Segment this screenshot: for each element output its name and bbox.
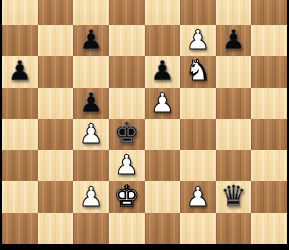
- square-a2[interactable]: [2, 181, 38, 212]
- square-f8[interactable]: [180, 0, 216, 25]
- square-b1[interactable]: [38, 213, 74, 244]
- square-a4[interactable]: [2, 119, 38, 150]
- square-a3[interactable]: [2, 150, 38, 181]
- square-g3[interactable]: [216, 150, 252, 181]
- square-h1[interactable]: [251, 213, 287, 244]
- square-f7[interactable]: ♟: [180, 25, 216, 56]
- black-king-d4[interactable]: ♚: [114, 119, 140, 148]
- black-pawn-c5[interactable]: ♟: [79, 89, 103, 116]
- square-e5[interactable]: ♟: [145, 88, 181, 119]
- square-e8[interactable]: [145, 0, 181, 25]
- square-g2[interactable]: ♛: [216, 181, 252, 212]
- square-f5[interactable]: [180, 88, 216, 119]
- black-queen-g2[interactable]: ♛: [221, 182, 247, 211]
- square-d8[interactable]: [109, 0, 145, 25]
- white-pawn-f2[interactable]: ♟: [186, 183, 210, 210]
- square-b8[interactable]: [38, 0, 74, 25]
- white-pawn-c4[interactable]: ♟: [79, 120, 103, 147]
- square-g7[interactable]: ♟: [216, 25, 252, 56]
- square-d5[interactable]: [109, 88, 145, 119]
- square-d2[interactable]: ♚: [109, 181, 145, 212]
- square-f4[interactable]: [180, 119, 216, 150]
- square-d7[interactable]: [109, 25, 145, 56]
- square-d1[interactable]: [109, 213, 145, 244]
- square-a7[interactable]: [2, 25, 38, 56]
- square-d3[interactable]: ♟: [109, 150, 145, 181]
- square-d4[interactable]: ♚: [109, 119, 145, 150]
- square-g8[interactable]: [216, 0, 252, 25]
- square-b4[interactable]: [38, 119, 74, 150]
- square-f3[interactable]: [180, 150, 216, 181]
- square-e2[interactable]: [145, 181, 181, 212]
- black-pawn-e6[interactable]: ♟: [150, 57, 174, 84]
- square-b5[interactable]: [38, 88, 74, 119]
- square-b3[interactable]: [38, 150, 74, 181]
- square-d6[interactable]: [109, 56, 145, 87]
- square-c1[interactable]: [73, 213, 109, 244]
- square-g5[interactable]: [216, 88, 252, 119]
- white-knight-f6[interactable]: ♞: [185, 56, 211, 85]
- white-pawn-f7[interactable]: ♟: [186, 26, 210, 53]
- square-a1[interactable]: [2, 213, 38, 244]
- square-c2[interactable]: ♟: [73, 181, 109, 212]
- black-pawn-c7[interactable]: ♟: [79, 26, 103, 53]
- square-b7[interactable]: [38, 25, 74, 56]
- square-c5[interactable]: ♟: [73, 88, 109, 119]
- square-c3[interactable]: [73, 150, 109, 181]
- square-e3[interactable]: [145, 150, 181, 181]
- square-a5[interactable]: [2, 88, 38, 119]
- square-e7[interactable]: [145, 25, 181, 56]
- square-f6[interactable]: ♞: [180, 56, 216, 87]
- square-e6[interactable]: ♟: [145, 56, 181, 87]
- square-c6[interactable]: [73, 56, 109, 87]
- black-pawn-a6[interactable]: ♟: [8, 57, 32, 84]
- square-f1[interactable]: [180, 213, 216, 244]
- white-pawn-e5[interactable]: ♟: [150, 89, 174, 116]
- square-h4[interactable]: [251, 119, 287, 150]
- square-f2[interactable]: ♟: [180, 181, 216, 212]
- square-h6[interactable]: [251, 56, 287, 87]
- white-king-d2[interactable]: ♚: [114, 182, 140, 211]
- white-pawn-d3[interactable]: ♟: [115, 151, 139, 178]
- square-c4[interactable]: ♟: [73, 119, 109, 150]
- square-c7[interactable]: ♟: [73, 25, 109, 56]
- square-b6[interactable]: [38, 56, 74, 87]
- square-g4[interactable]: [216, 119, 252, 150]
- black-pawn-g7[interactable]: ♟: [221, 26, 245, 53]
- square-g6[interactable]: [216, 56, 252, 87]
- board-frame: ♟♟♟♟♟♞♟♟♟♚♟♟♚♟♛: [0, 0, 289, 250]
- square-e4[interactable]: [145, 119, 181, 150]
- square-h7[interactable]: [251, 25, 287, 56]
- square-h2[interactable]: [251, 181, 287, 212]
- square-a8[interactable]: [2, 0, 38, 25]
- square-g1[interactable]: [216, 213, 252, 244]
- chess-board: ♟♟♟♟♟♞♟♟♟♚♟♟♚♟♛: [2, 0, 287, 244]
- square-h5[interactable]: [251, 88, 287, 119]
- square-c8[interactable]: [73, 0, 109, 25]
- white-pawn-c2[interactable]: ♟: [79, 183, 103, 210]
- square-h8[interactable]: [251, 0, 287, 25]
- square-b2[interactable]: [38, 181, 74, 212]
- square-a6[interactable]: ♟: [2, 56, 38, 87]
- square-h3[interactable]: [251, 150, 287, 181]
- square-e1[interactable]: [145, 213, 181, 244]
